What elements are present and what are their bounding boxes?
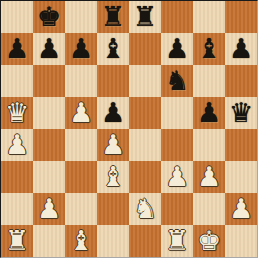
square-f1[interactable]: ♜: [161, 225, 193, 257]
square-f7[interactable]: ♟: [161, 33, 193, 65]
square-e3[interactable]: [129, 161, 161, 193]
square-e1[interactable]: [129, 225, 161, 257]
square-c7[interactable]: ♟: [65, 33, 97, 65]
square-a7[interactable]: ♟: [1, 33, 33, 65]
piece-black-pawn: ♟: [37, 33, 61, 65]
square-g2[interactable]: [193, 193, 225, 225]
square-d4[interactable]: ♟: [97, 129, 129, 161]
square-h3[interactable]: [225, 161, 257, 193]
square-d1[interactable]: [97, 225, 129, 257]
square-d7[interactable]: ♝: [97, 33, 129, 65]
square-h5[interactable]: ♛: [225, 97, 257, 129]
piece-white-king: ♚: [197, 225, 221, 257]
piece-white-knight: ♞: [133, 193, 157, 225]
square-d5[interactable]: ♟: [97, 97, 129, 129]
square-g7[interactable]: ♝: [193, 33, 225, 65]
piece-black-rook: ♜: [133, 1, 157, 33]
piece-white-pawn: ♟: [69, 97, 93, 129]
square-a5[interactable]: ♛: [1, 97, 33, 129]
piece-black-bishop: ♝: [101, 33, 125, 65]
piece-white-rook: ♜: [165, 225, 189, 257]
square-d6[interactable]: [97, 65, 129, 97]
piece-white-bishop: ♝: [101, 161, 125, 193]
piece-black-rook: ♜: [101, 1, 125, 33]
square-h4[interactable]: [225, 129, 257, 161]
square-b7[interactable]: ♟: [33, 33, 65, 65]
square-h7[interactable]: ♟: [225, 33, 257, 65]
square-e4[interactable]: [129, 129, 161, 161]
square-h2[interactable]: ♟: [225, 193, 257, 225]
piece-white-pawn: ♟: [229, 193, 253, 225]
square-b6[interactable]: [33, 65, 65, 97]
piece-black-bishop: ♝: [197, 33, 221, 65]
piece-black-pawn: ♟: [5, 33, 29, 65]
piece-white-pawn: ♟: [5, 129, 29, 161]
piece-white-pawn: ♟: [197, 161, 221, 193]
square-a4[interactable]: ♟: [1, 129, 33, 161]
square-b8[interactable]: ♚: [33, 1, 65, 33]
piece-white-pawn: ♟: [37, 193, 61, 225]
piece-black-king: ♚: [37, 1, 61, 33]
piece-black-pawn: ♟: [69, 33, 93, 65]
square-h8[interactable]: [225, 1, 257, 33]
chess-board: ♚♜♜♟♟♟♝♟♝♟♞♛♟♟♟♛♟♟♝♟♟♟♞♟♜♝♜♚: [0, 0, 258, 258]
square-f3[interactable]: ♟: [161, 161, 193, 193]
square-c2[interactable]: [65, 193, 97, 225]
square-e8[interactable]: ♜: [129, 1, 161, 33]
square-g4[interactable]: [193, 129, 225, 161]
square-c1[interactable]: ♝: [65, 225, 97, 257]
square-e5[interactable]: [129, 97, 161, 129]
square-e7[interactable]: [129, 33, 161, 65]
square-g1[interactable]: ♚: [193, 225, 225, 257]
square-e6[interactable]: [129, 65, 161, 97]
piece-black-pawn: ♟: [101, 97, 125, 129]
square-c6[interactable]: [65, 65, 97, 97]
square-c8[interactable]: [65, 1, 97, 33]
square-c5[interactable]: ♟: [65, 97, 97, 129]
square-b1[interactable]: [33, 225, 65, 257]
piece-white-rook: ♜: [5, 225, 29, 257]
square-a3[interactable]: [1, 161, 33, 193]
square-f4[interactable]: [161, 129, 193, 161]
piece-black-queen: ♛: [229, 97, 253, 129]
square-a8[interactable]: [1, 1, 33, 33]
square-c3[interactable]: [65, 161, 97, 193]
piece-white-bishop: ♝: [69, 225, 93, 257]
piece-black-knight: ♞: [165, 65, 189, 97]
square-g3[interactable]: ♟: [193, 161, 225, 193]
square-a2[interactable]: [1, 193, 33, 225]
square-b2[interactable]: ♟: [33, 193, 65, 225]
square-g8[interactable]: [193, 1, 225, 33]
piece-white-pawn: ♟: [165, 161, 189, 193]
piece-black-pawn: ♟: [165, 33, 189, 65]
square-d2[interactable]: [97, 193, 129, 225]
square-h6[interactable]: [225, 65, 257, 97]
piece-white-queen: ♛: [5, 97, 29, 129]
square-a1[interactable]: ♜: [1, 225, 33, 257]
square-f2[interactable]: [161, 193, 193, 225]
square-g6[interactable]: [193, 65, 225, 97]
square-h1[interactable]: [225, 225, 257, 257]
piece-black-pawn: ♟: [197, 97, 221, 129]
square-f6[interactable]: ♞: [161, 65, 193, 97]
square-d3[interactable]: ♝: [97, 161, 129, 193]
piece-black-pawn: ♟: [229, 33, 253, 65]
piece-white-pawn: ♟: [101, 129, 125, 161]
square-f8[interactable]: [161, 1, 193, 33]
square-e2[interactable]: ♞: [129, 193, 161, 225]
square-f5[interactable]: [161, 97, 193, 129]
square-b5[interactable]: [33, 97, 65, 129]
square-d8[interactable]: ♜: [97, 1, 129, 33]
square-a6[interactable]: [1, 65, 33, 97]
square-g5[interactable]: ♟: [193, 97, 225, 129]
square-b4[interactable]: [33, 129, 65, 161]
square-c4[interactable]: [65, 129, 97, 161]
square-b3[interactable]: [33, 161, 65, 193]
